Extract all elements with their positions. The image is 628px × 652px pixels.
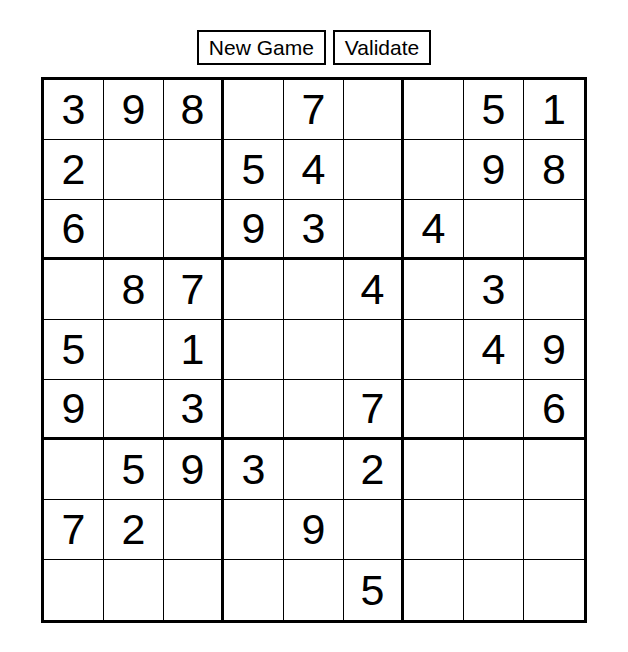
- cell-r9c3[interactable]: [164, 560, 224, 620]
- cell-r5c6[interactable]: [344, 320, 404, 380]
- cell-r2c7[interactable]: [404, 140, 464, 200]
- cell-r5c9[interactable]: 9: [524, 320, 584, 380]
- cell-r5c4[interactable]: [224, 320, 284, 380]
- cell-r7c4[interactable]: 3: [224, 440, 284, 500]
- cell-r5c8[interactable]: 4: [464, 320, 524, 380]
- cell-r8c1[interactable]: 7: [44, 500, 104, 560]
- cell-r5c1[interactable]: 5: [44, 320, 104, 380]
- cell-r2c6[interactable]: [344, 140, 404, 200]
- cell-r8c4[interactable]: [224, 500, 284, 560]
- cell-r8c8[interactable]: [464, 500, 524, 560]
- cell-r6c3[interactable]: 3: [164, 380, 224, 440]
- cell-r9c2[interactable]: [104, 560, 164, 620]
- cell-r4c1[interactable]: [44, 260, 104, 320]
- cell-r3c3[interactable]: [164, 200, 224, 260]
- cell-r1c6[interactable]: [344, 80, 404, 140]
- cell-r9c1[interactable]: [44, 560, 104, 620]
- cell-r6c1[interactable]: 9: [44, 380, 104, 440]
- cell-r9c5[interactable]: [284, 560, 344, 620]
- cell-r4c4[interactable]: [224, 260, 284, 320]
- cell-r8c7[interactable]: [404, 500, 464, 560]
- validate-button[interactable]: Validate: [333, 30, 431, 65]
- cell-r4c8[interactable]: 3: [464, 260, 524, 320]
- toolbar: New Game Validate: [0, 0, 628, 65]
- cell-r7c1[interactable]: [44, 440, 104, 500]
- cell-r6c2[interactable]: [104, 380, 164, 440]
- cell-r3c5[interactable]: 3: [284, 200, 344, 260]
- cell-r7c5[interactable]: [284, 440, 344, 500]
- cell-r8c5[interactable]: 9: [284, 500, 344, 560]
- cell-r3c6[interactable]: [344, 200, 404, 260]
- cell-r4c3[interactable]: 7: [164, 260, 224, 320]
- cell-r6c7[interactable]: [404, 380, 464, 440]
- cell-r7c3[interactable]: 9: [164, 440, 224, 500]
- sudoku-grid: 39875125498693487435149937659327295: [41, 77, 587, 623]
- sudoku-app: New Game Validate 3987512549869348743514…: [0, 0, 628, 652]
- cell-r1c7[interactable]: [404, 80, 464, 140]
- cell-r2c4[interactable]: 5: [224, 140, 284, 200]
- cell-r9c8[interactable]: [464, 560, 524, 620]
- cell-r1c1[interactable]: 3: [44, 80, 104, 140]
- cell-r7c9[interactable]: [524, 440, 584, 500]
- cell-r4c7[interactable]: [404, 260, 464, 320]
- cell-r9c6[interactable]: 5: [344, 560, 404, 620]
- cell-r1c4[interactable]: [224, 80, 284, 140]
- cell-r3c8[interactable]: [464, 200, 524, 260]
- cell-r3c9[interactable]: [524, 200, 584, 260]
- cell-r7c8[interactable]: [464, 440, 524, 500]
- cell-r9c4[interactable]: [224, 560, 284, 620]
- cell-r2c1[interactable]: 2: [44, 140, 104, 200]
- cell-r2c8[interactable]: 9: [464, 140, 524, 200]
- cell-r9c9[interactable]: [524, 560, 584, 620]
- cell-r8c3[interactable]: [164, 500, 224, 560]
- cell-r3c4[interactable]: 9: [224, 200, 284, 260]
- cell-r5c7[interactable]: [404, 320, 464, 380]
- cell-r1c5[interactable]: 7: [284, 80, 344, 140]
- cell-r6c4[interactable]: [224, 380, 284, 440]
- cell-r8c2[interactable]: 2: [104, 500, 164, 560]
- cell-r4c6[interactable]: 4: [344, 260, 404, 320]
- cell-r8c6[interactable]: [344, 500, 404, 560]
- new-game-button[interactable]: New Game: [197, 30, 326, 65]
- cell-r8c9[interactable]: [524, 500, 584, 560]
- cell-r3c2[interactable]: [104, 200, 164, 260]
- cell-r7c2[interactable]: 5: [104, 440, 164, 500]
- cell-r9c7[interactable]: [404, 560, 464, 620]
- cell-r1c3[interactable]: 8: [164, 80, 224, 140]
- cell-r4c2[interactable]: 8: [104, 260, 164, 320]
- cell-r2c2[interactable]: [104, 140, 164, 200]
- cell-r2c3[interactable]: [164, 140, 224, 200]
- cell-r5c3[interactable]: 1: [164, 320, 224, 380]
- cell-r3c7[interactable]: 4: [404, 200, 464, 260]
- cell-r1c9[interactable]: 1: [524, 80, 584, 140]
- cell-r6c8[interactable]: [464, 380, 524, 440]
- cell-r1c8[interactable]: 5: [464, 80, 524, 140]
- cell-r6c6[interactable]: 7: [344, 380, 404, 440]
- cell-r4c5[interactable]: [284, 260, 344, 320]
- cell-r6c5[interactable]: [284, 380, 344, 440]
- cell-r3c1[interactable]: 6: [44, 200, 104, 260]
- cell-r7c7[interactable]: [404, 440, 464, 500]
- cell-r1c2[interactable]: 9: [104, 80, 164, 140]
- cell-r2c9[interactable]: 8: [524, 140, 584, 200]
- cell-r5c5[interactable]: [284, 320, 344, 380]
- cell-r7c6[interactable]: 2: [344, 440, 404, 500]
- board-wrap: 39875125498693487435149937659327295: [0, 77, 628, 623]
- cell-r2c5[interactable]: 4: [284, 140, 344, 200]
- cell-r5c2[interactable]: [104, 320, 164, 380]
- cell-r4c9[interactable]: [524, 260, 584, 320]
- cell-r6c9[interactable]: 6: [524, 380, 584, 440]
